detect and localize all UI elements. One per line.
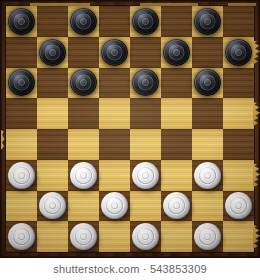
square-f5[interactable] [161,98,192,129]
square-c4[interactable] [68,129,99,160]
square-h5[interactable] [223,98,254,129]
square-g1[interactable] [192,221,223,252]
checkers-board-frame [0,0,260,258]
square-f4[interactable] [161,129,192,160]
square-e8[interactable] [130,6,161,37]
square-c8[interactable] [68,6,99,37]
square-h4[interactable] [223,129,254,160]
square-b8[interactable] [37,6,68,37]
square-c2[interactable] [68,191,99,222]
square-b6[interactable] [37,68,68,99]
square-e6[interactable] [130,68,161,99]
square-b3[interactable] [37,160,68,191]
dark-checker[interactable] [8,8,35,35]
dark-checker[interactable] [194,8,221,35]
square-g8[interactable] [192,6,223,37]
square-g2[interactable] [192,191,223,222]
watermark-text: shutterstock.com · 543853309 [53,263,207,275]
square-f6[interactable] [161,68,192,99]
dark-checker[interactable] [225,39,252,66]
square-a4[interactable] [6,129,37,160]
square-g6[interactable] [192,68,223,99]
square-c7[interactable] [68,37,99,68]
light-checker[interactable] [8,223,35,250]
board-grid [6,6,254,252]
light-checker[interactable] [70,162,97,189]
square-c1[interactable] [68,221,99,252]
dark-checker[interactable] [70,8,97,35]
dark-checker[interactable] [163,39,190,66]
square-e1[interactable] [130,221,161,252]
square-c5[interactable] [68,98,99,129]
square-d5[interactable] [99,98,130,129]
square-b1[interactable] [37,221,68,252]
square-a1[interactable] [6,221,37,252]
square-h1[interactable] [223,221,254,252]
square-d2[interactable] [99,191,130,222]
dark-checker[interactable] [70,69,97,96]
square-f7[interactable] [161,37,192,68]
square-b2[interactable] [37,191,68,222]
dark-checker[interactable] [101,39,128,66]
light-checker[interactable] [70,223,97,250]
dark-checker[interactable] [132,8,159,35]
light-checker[interactable] [225,192,252,219]
square-b4[interactable] [37,129,68,160]
light-checker[interactable] [8,162,35,189]
square-a3[interactable] [6,160,37,191]
square-b5[interactable] [37,98,68,129]
square-e5[interactable] [130,98,161,129]
dark-checker[interactable] [8,69,35,96]
square-d6[interactable] [99,68,130,99]
square-d3[interactable] [99,160,130,191]
square-d7[interactable] [99,37,130,68]
square-a5[interactable] [6,98,37,129]
dark-checker[interactable] [132,69,159,96]
square-a6[interactable] [6,68,37,99]
light-checker[interactable] [194,162,221,189]
square-c6[interactable] [68,68,99,99]
square-a2[interactable] [6,191,37,222]
dark-checker[interactable] [39,39,66,66]
square-h7[interactable] [223,37,254,68]
square-g4[interactable] [192,129,223,160]
dark-checker[interactable] [194,69,221,96]
square-h6[interactable] [223,68,254,99]
square-e7[interactable] [130,37,161,68]
light-checker[interactable] [132,223,159,250]
square-g3[interactable] [192,160,223,191]
square-e3[interactable] [130,160,161,191]
light-checker[interactable] [101,192,128,219]
square-d4[interactable] [99,129,130,160]
square-g7[interactable] [192,37,223,68]
light-checker[interactable] [132,162,159,189]
light-checker[interactable] [163,192,190,219]
watermark-bar: shutterstock.com · 543853309 [0,258,260,280]
square-h8[interactable] [223,6,254,37]
square-a7[interactable] [6,37,37,68]
square-a8[interactable] [6,6,37,37]
square-b7[interactable] [37,37,68,68]
square-h3[interactable] [223,160,254,191]
square-f3[interactable] [161,160,192,191]
worn-edge-left [1,130,5,150]
square-f2[interactable] [161,191,192,222]
square-f1[interactable] [161,221,192,252]
square-e4[interactable] [130,129,161,160]
square-c3[interactable] [68,160,99,191]
square-d1[interactable] [99,221,130,252]
square-h2[interactable] [223,191,254,222]
square-e2[interactable] [130,191,161,222]
square-d8[interactable] [99,6,130,37]
light-checker[interactable] [39,192,66,219]
square-g5[interactable] [192,98,223,129]
square-f8[interactable] [161,6,192,37]
checkers-screenshot: shutterstock.com · 543853309 [0,0,260,280]
light-checker[interactable] [194,223,221,250]
